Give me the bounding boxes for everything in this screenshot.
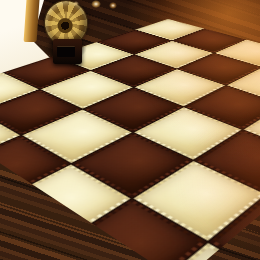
gramophone bbox=[42, 0, 90, 66]
gramophone-tray bbox=[57, 46, 75, 57]
photo-stage bbox=[0, 0, 260, 260]
